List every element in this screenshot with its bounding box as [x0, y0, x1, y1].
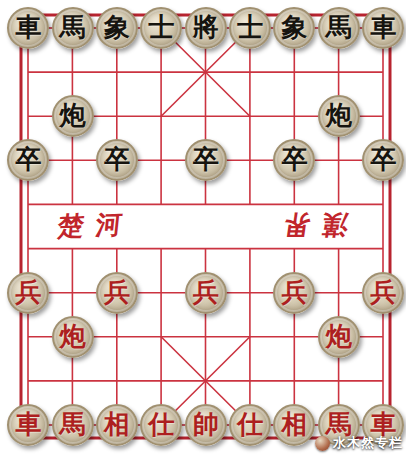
piece-glyph: 士	[148, 14, 174, 40]
piece-glyph: 仕	[237, 411, 263, 437]
piece-glyph: 炮	[326, 323, 352, 349]
piece-glyph: 炮	[60, 323, 86, 349]
piece-black-general[interactable]: 將	[185, 7, 227, 49]
watermark-text: 水木然专栏	[333, 434, 403, 452]
piece-black-elephant[interactable]: 象	[273, 7, 315, 49]
piece-red-elephant[interactable]: 相	[96, 404, 138, 446]
piece-glyph: 馬	[60, 411, 86, 437]
piece-red-soldier[interactable]: 兵	[96, 272, 138, 314]
piece-glyph: 車	[15, 411, 41, 437]
piece-glyph: 卒	[193, 146, 219, 172]
piece-glyph: 馬	[326, 14, 352, 40]
xiangqi-screenshot: 楚河 漢界 車馬象士將士象馬車炮炮卒卒卒卒卒兵兵兵兵兵炮炮車馬相仕帥仕相馬車 水…	[0, 0, 406, 461]
piece-glyph: 兵	[370, 279, 396, 305]
piece-glyph: 相	[281, 411, 307, 437]
piece-glyph: 帥	[193, 411, 219, 437]
piece-red-cannon[interactable]: 炮	[318, 316, 360, 358]
piece-glyph: 卒	[370, 146, 396, 172]
piece-black-soldier[interactable]: 卒	[273, 139, 315, 181]
piece-glyph: 卒	[15, 146, 41, 172]
piece-glyph: 相	[104, 411, 130, 437]
piece-glyph: 車	[370, 14, 396, 40]
piece-black-horse[interactable]: 馬	[52, 7, 94, 49]
piece-black-soldier[interactable]: 卒	[96, 139, 138, 181]
piece-glyph: 車	[15, 14, 41, 40]
piece-glyph: 將	[193, 14, 219, 40]
piece-black-soldier[interactable]: 卒	[362, 139, 404, 181]
piece-red-elephant[interactable]: 相	[273, 404, 315, 446]
piece-glyph: 卒	[104, 146, 130, 172]
piece-red-advisor[interactable]: 仕	[229, 404, 271, 446]
piece-black-chariot[interactable]: 車	[7, 7, 49, 49]
piece-glyph: 象	[281, 14, 307, 40]
piece-black-advisor[interactable]: 士	[140, 7, 182, 49]
piece-red-soldier[interactable]: 兵	[185, 272, 227, 314]
piece-black-cannon[interactable]: 炮	[318, 95, 360, 137]
piece-glyph: 象	[104, 14, 130, 40]
piece-red-chariot[interactable]: 車	[7, 404, 49, 446]
piece-red-soldier[interactable]: 兵	[273, 272, 315, 314]
piece-red-cannon[interactable]: 炮	[52, 316, 94, 358]
piece-red-soldier[interactable]: 兵	[7, 272, 49, 314]
piece-black-soldier[interactable]: 卒	[185, 139, 227, 181]
piece-red-advisor[interactable]: 仕	[140, 404, 182, 446]
piece-glyph: 兵	[104, 279, 130, 305]
piece-glyph: 炮	[326, 102, 352, 128]
watermark-avatar-icon	[315, 436, 330, 451]
piece-red-horse[interactable]: 馬	[52, 404, 94, 446]
piece-black-cannon[interactable]: 炮	[52, 95, 94, 137]
piece-layer[interactable]: 車馬象士將士象馬車炮炮卒卒卒卒卒兵兵兵兵兵炮炮車馬相仕帥仕相馬車	[6, 6, 405, 447]
piece-black-horse[interactable]: 馬	[318, 7, 360, 49]
piece-black-chariot[interactable]: 車	[362, 7, 404, 49]
piece-glyph: 卒	[281, 146, 307, 172]
piece-black-advisor[interactable]: 士	[229, 7, 271, 49]
piece-glyph: 仕	[148, 411, 174, 437]
piece-black-soldier[interactable]: 卒	[7, 139, 49, 181]
piece-glyph: 兵	[281, 279, 307, 305]
piece-red-general[interactable]: 帥	[185, 404, 227, 446]
piece-glyph: 兵	[193, 279, 219, 305]
watermark: 水木然专栏	[315, 434, 403, 452]
piece-glyph: 士	[237, 14, 263, 40]
piece-glyph: 馬	[60, 14, 86, 40]
piece-glyph: 炮	[60, 102, 86, 128]
piece-black-elephant[interactable]: 象	[96, 7, 138, 49]
piece-red-soldier[interactable]: 兵	[362, 272, 404, 314]
piece-glyph: 兵	[15, 279, 41, 305]
